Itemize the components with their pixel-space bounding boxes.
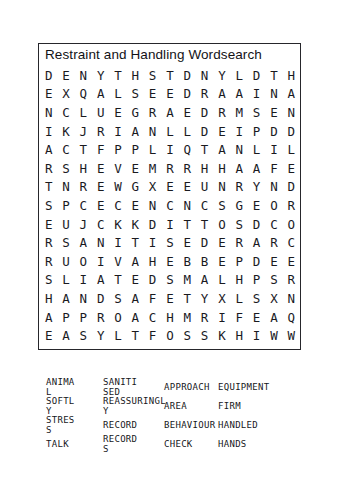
grid-cell: I <box>161 215 178 234</box>
grid-cell: N <box>40 103 57 122</box>
grid-cell: A <box>127 308 144 327</box>
grid-cell: M <box>179 308 196 327</box>
grid-cell: R <box>40 252 57 271</box>
grid-cell: O <box>75 252 92 271</box>
grid-cell: D <box>248 215 265 234</box>
grid-cell: U <box>196 178 213 197</box>
grid-cell: K <box>57 122 74 141</box>
grid-cell: D <box>196 233 213 252</box>
grid-cell: Q <box>283 308 300 327</box>
grid-cell: Y <box>213 66 230 85</box>
grid-cell: W <box>283 326 300 345</box>
grid-cell: A <box>75 233 92 252</box>
grid-cell: R <box>196 85 213 104</box>
grid-cell: L <box>213 271 230 290</box>
word-list-item: REASSURINGLY <box>103 397 164 416</box>
grid-cell: P <box>231 252 248 271</box>
word-list-item: EQUIPMENT <box>218 383 310 393</box>
grid-cell: A <box>265 308 282 327</box>
grid-cell: E <box>127 196 144 215</box>
word-list-item: BEHAVIOUR <box>164 421 218 431</box>
grid-cell: A <box>231 159 248 178</box>
grid-cell: E <box>179 233 196 252</box>
word-list-item: RECORD <box>103 421 164 431</box>
puzzle-title: Restraint and Handling Wordsearch <box>45 47 300 62</box>
grid-cell: W <box>109 178 126 197</box>
word-list-item: FIRM <box>218 402 310 412</box>
grid-cell: N <box>196 66 213 85</box>
grid-cell: S <box>161 271 178 290</box>
grid-cell: N <box>283 103 300 122</box>
grid-cell: E <box>248 196 265 215</box>
grid-cell: I <box>265 140 282 159</box>
grid-cell: S <box>179 326 196 345</box>
grid-cell: H <box>161 308 178 327</box>
grid-cell: W <box>265 326 282 345</box>
grid-cell: C <box>144 308 161 327</box>
grid-cell: E <box>265 252 282 271</box>
grid-cell: R <box>75 178 92 197</box>
grid-cell: E <box>40 85 57 104</box>
grid-cell: Y <box>248 178 265 197</box>
grid-cell: C <box>57 103 74 122</box>
grid-cell: E <box>40 326 57 345</box>
grid-cell: S <box>57 233 74 252</box>
grid-cell: K <box>213 326 230 345</box>
grid-cell: X <box>144 178 161 197</box>
grid-cell: G <box>127 103 144 122</box>
grid-cell: L <box>161 122 178 141</box>
grid-cell: S <box>248 289 265 308</box>
grid-cell: A <box>57 289 74 308</box>
grid-cell: A <box>248 159 265 178</box>
grid-cell: S <box>127 85 144 104</box>
grid-cell: X <box>265 289 282 308</box>
grid-cell: X <box>57 85 74 104</box>
grid-cell: H <box>40 289 57 308</box>
grid-cell: Y <box>92 66 109 85</box>
grid-cell: C <box>92 215 109 234</box>
grid-cell: O <box>161 326 178 345</box>
grid-cell: C <box>283 233 300 252</box>
grid-cell: H <box>283 66 300 85</box>
grid-cell: N <box>265 178 282 197</box>
grid-cell: E <box>283 252 300 271</box>
grid-cell: A <box>161 103 178 122</box>
grid-cell: R <box>231 233 248 252</box>
grid-cell: K <box>127 215 144 234</box>
grid-cell: Q <box>75 85 92 104</box>
grid-cell: H <box>213 159 230 178</box>
grid-cell: J <box>75 215 92 234</box>
grid-cell: I <box>109 122 126 141</box>
grid-cell: A <box>283 85 300 104</box>
grid-cell: D <box>144 271 161 290</box>
grid-cell: S <box>248 103 265 122</box>
grid-cell: E <box>127 271 144 290</box>
grid-cell: T <box>161 66 178 85</box>
grid-cell: C <box>161 196 178 215</box>
grid-cell: K <box>109 215 126 234</box>
grid-cell: D <box>248 66 265 85</box>
grid-cell: H <box>231 326 248 345</box>
grid-cell: O <box>109 308 126 327</box>
grid-cell: N <box>231 140 248 159</box>
grid-cell: U <box>57 215 74 234</box>
grid-cell: L <box>231 289 248 308</box>
grid-cell: D <box>40 66 57 85</box>
grid-cell: E <box>213 122 230 141</box>
grid-cell: D <box>196 122 213 141</box>
grid-cell: F <box>144 326 161 345</box>
grid-cell: N <box>144 122 161 141</box>
grid-cell: L <box>231 66 248 85</box>
grid-cell: I <box>231 122 248 141</box>
grid-cell: N <box>283 289 300 308</box>
grid-cell: P <box>57 196 74 215</box>
grid-cell: E <box>40 215 57 234</box>
grid-cell: T <box>75 140 92 159</box>
grid-cell: T <box>40 178 57 197</box>
grid-cell: O <box>213 215 230 234</box>
grid-cell: N <box>92 233 109 252</box>
grid-cell: T <box>196 140 213 159</box>
grid-cell: V <box>109 159 126 178</box>
grid-cell: T <box>109 66 126 85</box>
grid-cell: G <box>127 178 144 197</box>
grid-cell: N <box>265 85 282 104</box>
grid-cell: A <box>127 289 144 308</box>
grid-cell: D <box>248 252 265 271</box>
word-list-item: SOFTLY <box>46 397 103 416</box>
grid-cell: S <box>213 196 230 215</box>
grid-cell: R <box>161 159 178 178</box>
letter-grid: DENYTHSTDNYLDTHEXQALSEEDRAAINANCLUEGRAED… <box>40 66 300 345</box>
grid-cell: P <box>248 122 265 141</box>
grid-cell: M <box>231 103 248 122</box>
grid-cell: P <box>248 271 265 290</box>
grid-cell: I <box>248 85 265 104</box>
grid-cell: C <box>265 215 282 234</box>
grid-cell: D <box>92 289 109 308</box>
grid-cell: A <box>40 140 57 159</box>
grid-cell: Y <box>92 326 109 345</box>
grid-cell: D <box>283 122 300 141</box>
grid-cell: A <box>57 326 74 345</box>
grid-cell: I <box>92 252 109 271</box>
puzzle-box: Restraint and Handling Wordsearch DENYTH… <box>38 43 301 350</box>
word-list-item: APPROACH <box>164 383 218 393</box>
grid-cell: F <box>144 289 161 308</box>
grid-cell: L <box>179 122 196 141</box>
grid-cell: O <box>265 196 282 215</box>
grid-cell: E <box>92 178 109 197</box>
grid-cell: U <box>92 103 109 122</box>
grid-cell: R <box>144 103 161 122</box>
grid-cell: F <box>92 140 109 159</box>
grid-cell: R <box>179 159 196 178</box>
grid-cell: G <box>231 196 248 215</box>
grid-cell: L <box>109 326 126 345</box>
grid-cell: H <box>75 159 92 178</box>
grid-cell: A <box>196 271 213 290</box>
grid-cell: D <box>196 103 213 122</box>
grid-cell: N <box>144 196 161 215</box>
grid-cell: C <box>109 196 126 215</box>
grid-cell: E <box>179 103 196 122</box>
grid-cell: S <box>196 326 213 345</box>
grid-cell: F <box>231 308 248 327</box>
grid-cell: S <box>75 326 92 345</box>
grid-cell: C <box>196 196 213 215</box>
grid-cell: L <box>109 85 126 104</box>
grid-cell: A <box>92 85 109 104</box>
grid-cell: N <box>57 178 74 197</box>
grid-cell: D <box>283 178 300 197</box>
grid-cell: I <box>40 122 57 141</box>
grid-cell: P <box>127 140 144 159</box>
word-list-item: TALK <box>46 440 103 450</box>
grid-cell: L <box>75 103 92 122</box>
word-list-item: ANIMAL <box>46 378 103 397</box>
grid-cell: R <box>283 196 300 215</box>
grid-cell: A <box>127 252 144 271</box>
grid-cell: L <box>144 140 161 159</box>
grid-cell: S <box>57 159 74 178</box>
grid-cell: E <box>127 159 144 178</box>
grid-cell: R <box>92 122 109 141</box>
word-list-item: HANDS <box>218 440 310 450</box>
grid-cell: E <box>92 196 109 215</box>
grid-cell: E <box>57 66 74 85</box>
grid-cell: E <box>265 103 282 122</box>
grid-cell: A <box>248 233 265 252</box>
grid-cell: C <box>75 196 92 215</box>
grid-cell: F <box>265 159 282 178</box>
grid-cell: E <box>248 308 265 327</box>
grid-cell: R <box>40 233 57 252</box>
grid-cell: H <box>144 252 161 271</box>
grid-cell: D <box>265 122 282 141</box>
grid-cell: A <box>213 140 230 159</box>
word-list-item: CHECK <box>164 440 218 450</box>
grid-cell: S <box>40 271 57 290</box>
word-list-item: STRESS <box>46 416 103 435</box>
grid-cell: I <box>109 233 126 252</box>
grid-cell: B <box>196 252 213 271</box>
grid-cell: R <box>231 178 248 197</box>
grid-cell: N <box>179 196 196 215</box>
grid-cell: L <box>248 140 265 159</box>
grid-cell: P <box>57 308 74 327</box>
grid-cell: R <box>283 271 300 290</box>
grid-cell: A <box>127 122 144 141</box>
grid-cell: I <box>144 233 161 252</box>
grid-cell: B <box>179 252 196 271</box>
grid-cell: N <box>213 178 230 197</box>
grid-cell: E <box>283 159 300 178</box>
grid-cell: C <box>57 140 74 159</box>
grid-cell: E <box>213 252 230 271</box>
grid-cell: A <box>213 85 230 104</box>
grid-cell: D <box>144 215 161 234</box>
grid-cell: I <box>75 271 92 290</box>
grid-cell: I <box>213 308 230 327</box>
grid-cell: H <box>231 271 248 290</box>
grid-cell: N <box>75 289 92 308</box>
grid-cell: A <box>40 308 57 327</box>
grid-cell: S <box>109 289 126 308</box>
grid-cell: T <box>179 289 196 308</box>
word-list-item: AREA <box>164 402 218 412</box>
grid-cell: T <box>196 215 213 234</box>
grid-cell: E <box>161 289 178 308</box>
grid-cell: M <box>179 271 196 290</box>
grid-cell: H <box>127 66 144 85</box>
grid-cell: E <box>213 233 230 252</box>
grid-cell: I <box>161 140 178 159</box>
grid-cell: L <box>57 271 74 290</box>
grid-cell: A <box>92 271 109 290</box>
grid-cell: H <box>196 159 213 178</box>
grid-cell: S <box>161 233 178 252</box>
grid-cell: L <box>283 140 300 159</box>
grid-cell: R <box>213 103 230 122</box>
grid-cell: S <box>265 271 282 290</box>
grid-cell: E <box>109 103 126 122</box>
word-list-item: SANITISED <box>103 378 164 397</box>
grid-cell: E <box>144 85 161 104</box>
word-list-item: HANDLED <box>218 421 310 431</box>
grid-cell: P <box>109 140 126 159</box>
word-list: ANIMALSANITISEDAPPROACHEQUIPMENTSOFTLYRE… <box>46 378 310 454</box>
grid-cell: P <box>75 308 92 327</box>
grid-cell: R <box>40 159 57 178</box>
grid-cell: M <box>144 159 161 178</box>
grid-cell: J <box>75 122 92 141</box>
word-list-item: RECORDS <box>103 435 164 454</box>
grid-cell: R <box>265 233 282 252</box>
grid-cell: S <box>231 215 248 234</box>
grid-cell: D <box>179 66 196 85</box>
grid-cell: T <box>127 326 144 345</box>
grid-cell: A <box>231 85 248 104</box>
grid-cell: I <box>248 326 265 345</box>
grid-cell: U <box>57 252 74 271</box>
grid-cell: S <box>40 196 57 215</box>
grid-cell: Y <box>196 289 213 308</box>
grid-cell: S <box>144 66 161 85</box>
grid-cell: X <box>213 289 230 308</box>
grid-cell: V <box>109 252 126 271</box>
grid-cell: T <box>265 66 282 85</box>
grid-cell: E <box>161 252 178 271</box>
grid-cell: D <box>179 85 196 104</box>
grid-cell: E <box>179 178 196 197</box>
grid-cell: N <box>75 66 92 85</box>
grid-cell: R <box>92 308 109 327</box>
grid-cell: T <box>127 233 144 252</box>
grid-cell: E <box>92 159 109 178</box>
grid-cell: R <box>196 308 213 327</box>
grid-cell: T <box>109 271 126 290</box>
grid-cell: Q <box>179 140 196 159</box>
grid-cell: E <box>161 178 178 197</box>
grid-cell: E <box>161 85 178 104</box>
grid-cell: T <box>179 215 196 234</box>
grid-cell: O <box>283 215 300 234</box>
